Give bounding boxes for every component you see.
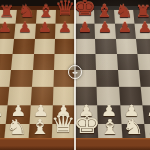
- piece-black-pawn[interactable]: ♟: [58, 21, 72, 35]
- slider-arrow-left-icon: ◂: [72, 70, 75, 75]
- slider-arrow-right-icon: ▸: [76, 70, 79, 75]
- piece-black-knight[interactable]: ♞: [17, 3, 35, 20]
- piece-black-pawn[interactable]: ♟: [118, 21, 132, 35]
- piece-white-knight[interactable]: ♞: [6, 117, 28, 138]
- piece-black-pawn[interactable]: ♟: [138, 21, 150, 35]
- piece-white-rook[interactable]: ♜: [147, 119, 150, 138]
- piece-white-pawn[interactable]: ♟: [0, 103, 4, 118]
- piece-black-pawn[interactable]: ♟: [38, 21, 52, 35]
- piece-white-king[interactable]: ♚: [73, 111, 101, 137]
- piece-black-king[interactable]: ♚: [73, 0, 96, 19]
- piece-black-rook[interactable]: ♜: [135, 4, 150, 20]
- piece-black-knight[interactable]: ♞: [115, 3, 133, 20]
- piece-white-bishop[interactable]: ♝: [99, 117, 121, 138]
- piece-black-pawn[interactable]: ♟: [98, 21, 112, 35]
- chess-3d-theme-compare-screenshot: ♜♞♝♛♚♝♞♜♟♟♟♟♟♟♟♟♟♟♟♟♟♟♟♟♜♞♝♛♚♝♞♜ ♜♞♝♛♚♝♞…: [0, 0, 150, 150]
- piece-white-pawn[interactable]: ♟: [146, 103, 150, 118]
- piece-white-bishop[interactable]: ♝: [29, 117, 51, 138]
- piece-black-pawn[interactable]: ♟: [78, 21, 92, 35]
- theme-compare-slider-handle[interactable]: ◂ ▸: [68, 65, 82, 79]
- piece-black-bishop[interactable]: ♝: [95, 3, 113, 20]
- piece-black-pawn[interactable]: ♟: [18, 21, 32, 35]
- piece-white-rook[interactable]: ♜: [0, 119, 3, 138]
- piece-white-knight[interactable]: ♞: [122, 117, 144, 138]
- piece-black-pawn[interactable]: ♟: [0, 21, 12, 35]
- piece-black-rook[interactable]: ♜: [0, 4, 15, 20]
- piece-black-bishop[interactable]: ♝: [37, 3, 55, 20]
